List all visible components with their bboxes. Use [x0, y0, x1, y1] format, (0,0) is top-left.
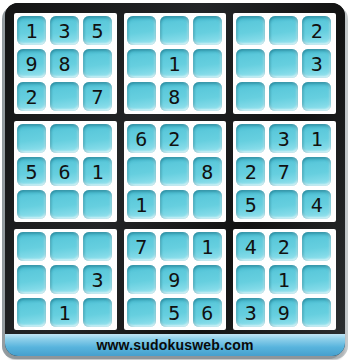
cell-r1c9[interactable]: 2 [302, 16, 331, 45]
cell-r4c9[interactable]: 1 [302, 124, 331, 153]
cell-r9c6[interactable]: 6 [193, 298, 222, 327]
cell-r2c6[interactable] [193, 49, 222, 78]
sudoku-board: 135982718235616281312754317195642139 www… [5, 3, 345, 356]
sudoku-grid: 135982718235616281312754317195642139 [14, 13, 336, 330]
site-url-link[interactable]: www.sudokusweb.com [96, 337, 253, 353]
cell-r5c8[interactable]: 7 [269, 157, 298, 186]
cell-r2c5[interactable]: 1 [160, 49, 189, 78]
cell-r3c2[interactable] [50, 82, 79, 111]
cell-r9c1[interactable] [17, 298, 46, 327]
cell-r5c2[interactable]: 6 [50, 157, 79, 186]
cell-r4c8[interactable]: 3 [269, 124, 298, 153]
cell-r7c9[interactable] [302, 232, 331, 261]
cell-r1c1[interactable]: 1 [17, 16, 46, 45]
cell-r7c4[interactable]: 7 [127, 232, 156, 261]
box-1-3: 23 [233, 13, 336, 114]
cell-r6c5[interactable] [160, 190, 189, 219]
cell-r3c4[interactable] [127, 82, 156, 111]
cell-r5c6[interactable]: 8 [193, 157, 222, 186]
cell-r9c7[interactable]: 3 [236, 298, 265, 327]
cell-r7c5[interactable] [160, 232, 189, 261]
cell-r6c6[interactable] [193, 190, 222, 219]
cell-r5c1[interactable]: 5 [17, 157, 46, 186]
cell-r8c8[interactable]: 1 [269, 265, 298, 294]
cell-r9c4[interactable] [127, 298, 156, 327]
cell-r7c1[interactable] [17, 232, 46, 261]
cell-r6c8[interactable] [269, 190, 298, 219]
cell-r3c3[interactable]: 7 [83, 82, 112, 111]
cell-r3c8[interactable] [269, 82, 298, 111]
cell-r3c7[interactable] [236, 82, 265, 111]
board-frame: 135982718235616281312754317195642139 [5, 3, 345, 334]
cell-r8c2[interactable] [50, 265, 79, 294]
cell-r1c8[interactable] [269, 16, 298, 45]
box-2-2: 6281 [124, 121, 227, 222]
cell-r7c8[interactable]: 2 [269, 232, 298, 261]
cell-r4c3[interactable] [83, 124, 112, 153]
box-2-3: 312754 [233, 121, 336, 222]
cell-r2c9[interactable]: 3 [302, 49, 331, 78]
cell-r9c9[interactable] [302, 298, 331, 327]
cell-r4c2[interactable] [50, 124, 79, 153]
cell-r1c7[interactable] [236, 16, 265, 45]
cell-r4c1[interactable] [17, 124, 46, 153]
cell-r3c5[interactable]: 8 [160, 82, 189, 111]
cell-r2c1[interactable]: 9 [17, 49, 46, 78]
cell-r2c2[interactable]: 8 [50, 49, 79, 78]
cell-r1c2[interactable]: 3 [50, 16, 79, 45]
cell-r5c9[interactable] [302, 157, 331, 186]
cell-r6c1[interactable] [17, 190, 46, 219]
cell-r8c5[interactable]: 9 [160, 265, 189, 294]
cell-r1c6[interactable] [193, 16, 222, 45]
cell-r8c4[interactable] [127, 265, 156, 294]
page-background: 135982718235616281312754317195642139 www… [0, 0, 350, 360]
cell-r8c7[interactable] [236, 265, 265, 294]
cell-r9c8[interactable]: 9 [269, 298, 298, 327]
cell-r2c7[interactable] [236, 49, 265, 78]
box-1-1: 1359827 [14, 13, 117, 114]
cell-r2c8[interactable] [269, 49, 298, 78]
cell-r1c4[interactable] [127, 16, 156, 45]
cell-r1c3[interactable]: 5 [83, 16, 112, 45]
cell-r1c5[interactable] [160, 16, 189, 45]
cell-r2c3[interactable] [83, 49, 112, 78]
cell-r5c5[interactable] [160, 157, 189, 186]
cell-r4c5[interactable]: 2 [160, 124, 189, 153]
cell-r5c4[interactable] [127, 157, 156, 186]
cell-r5c3[interactable]: 1 [83, 157, 112, 186]
box-2-1: 561 [14, 121, 117, 222]
cell-r5c7[interactable]: 2 [236, 157, 265, 186]
cell-r3c9[interactable] [302, 82, 331, 111]
cell-r3c1[interactable]: 2 [17, 82, 46, 111]
footer-banner: www.sudokusweb.com [5, 334, 345, 356]
cell-r4c6[interactable] [193, 124, 222, 153]
box-3-2: 71956 [124, 229, 227, 330]
cell-r3c6[interactable] [193, 82, 222, 111]
box-1-2: 18 [124, 13, 227, 114]
cell-r8c1[interactable] [17, 265, 46, 294]
cell-r9c3[interactable] [83, 298, 112, 327]
cell-r7c7[interactable]: 4 [236, 232, 265, 261]
cell-r8c9[interactable] [302, 265, 331, 294]
cell-r6c3[interactable] [83, 190, 112, 219]
cell-r4c4[interactable]: 6 [127, 124, 156, 153]
box-3-1: 31 [14, 229, 117, 330]
cell-r6c4[interactable]: 1 [127, 190, 156, 219]
cell-r9c2[interactable]: 1 [50, 298, 79, 327]
cell-r8c6[interactable] [193, 265, 222, 294]
cell-r6c2[interactable] [50, 190, 79, 219]
cell-r7c2[interactable] [50, 232, 79, 261]
box-3-3: 42139 [233, 229, 336, 330]
cell-r9c5[interactable]: 5 [160, 298, 189, 327]
cell-r7c3[interactable] [83, 232, 112, 261]
cell-r6c7[interactable]: 5 [236, 190, 265, 219]
cell-r7c6[interactable]: 1 [193, 232, 222, 261]
cell-r4c7[interactable] [236, 124, 265, 153]
cell-r8c3[interactable]: 3 [83, 265, 112, 294]
cell-r2c4[interactable] [127, 49, 156, 78]
cell-r6c9[interactable]: 4 [302, 190, 331, 219]
